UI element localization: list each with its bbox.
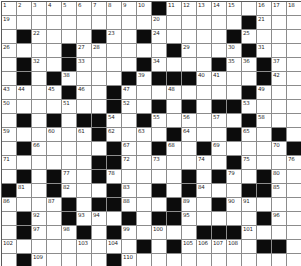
cell-r11c6[interactable] xyxy=(77,142,91,155)
cell-r5c8[interactable] xyxy=(107,58,121,71)
cell-r13c8[interactable]: 78 xyxy=(107,170,121,183)
cell-r4c16[interactable]: 30 xyxy=(227,44,241,57)
cell-r10c17[interactable]: 65 xyxy=(242,128,256,141)
cell-r5c16[interactable]: 35 xyxy=(227,58,241,71)
cell-r18c15[interactable]: 107 xyxy=(212,240,226,253)
cell-r10c5[interactable] xyxy=(62,128,76,141)
cell-r2c12[interactable] xyxy=(167,16,181,29)
cell-r2c4[interactable] xyxy=(47,16,61,29)
cell-r5c13[interactable] xyxy=(182,58,196,71)
cell-r18c3[interactable] xyxy=(32,240,46,253)
cell-r13c1[interactable] xyxy=(2,170,16,183)
cell-r6c14[interactable]: 40 xyxy=(197,72,211,85)
cell-r11c3[interactable]: 66 xyxy=(32,142,46,155)
cell-r8c14[interactable] xyxy=(197,100,211,113)
cell-r19c17[interactable] xyxy=(242,254,256,266)
cell-r11c4[interactable] xyxy=(47,142,61,155)
cell-r7c1[interactable]: 43 xyxy=(2,86,16,99)
cell-r6c17[interactable] xyxy=(242,72,256,85)
cell-r11c16[interactable] xyxy=(227,142,241,155)
cell-r11c18[interactable] xyxy=(257,142,271,155)
cell-r17c13[interactable] xyxy=(182,226,196,239)
cell-r7c11[interactable] xyxy=(152,86,166,99)
cell-r16c16[interactable] xyxy=(227,212,241,225)
cell-r2c13[interactable] xyxy=(182,16,196,29)
cell-r19c5[interactable] xyxy=(62,254,76,266)
cell-r4c3[interactable] xyxy=(32,44,46,57)
cell-r14c2[interactable]: 81 xyxy=(17,184,31,197)
cell-r1c17[interactable] xyxy=(242,2,256,15)
cell-r15c9[interactable]: 88 xyxy=(122,198,136,211)
cell-r19c10[interactable] xyxy=(137,254,151,266)
cell-r3c9[interactable] xyxy=(122,30,136,43)
cell-r17c19[interactable] xyxy=(272,226,286,239)
cell-r6c3[interactable] xyxy=(32,72,46,85)
cell-r18c7[interactable] xyxy=(92,240,106,253)
cell-r16c3[interactable]: 92 xyxy=(32,212,46,225)
cell-r15c3[interactable] xyxy=(32,198,46,211)
cell-r10c4[interactable]: 60 xyxy=(47,128,61,141)
cell-r14c15[interactable] xyxy=(212,184,226,197)
cell-r4c20[interactable] xyxy=(287,44,301,57)
cell-r3c20[interactable] xyxy=(287,30,301,43)
cell-r17c20[interactable] xyxy=(287,226,301,239)
cell-r3c8[interactable]: 23 xyxy=(107,30,121,43)
cell-r3c5[interactable] xyxy=(62,30,76,43)
cell-r1c6[interactable]: 6 xyxy=(77,2,91,15)
cell-r11c19[interactable]: 70 xyxy=(272,142,286,155)
cell-r15c6[interactable] xyxy=(77,198,91,211)
cell-r11c13[interactable] xyxy=(182,142,196,155)
cell-r13c12[interactable] xyxy=(167,170,181,183)
cell-r1c18[interactable]: 16 xyxy=(257,2,271,15)
cell-r8c4[interactable] xyxy=(47,100,61,113)
cell-r2c18[interactable]: 21 xyxy=(257,16,271,29)
cell-r2c10[interactable] xyxy=(137,16,151,29)
cell-r9c18[interactable]: 58 xyxy=(257,114,271,127)
cell-r1c5[interactable]: 5 xyxy=(62,2,76,15)
cell-r18c8[interactable]: 104 xyxy=(107,240,121,253)
cell-r7c13[interactable] xyxy=(182,86,196,99)
cell-r13c5[interactable]: 77 xyxy=(62,170,76,183)
cell-r5c17[interactable]: 36 xyxy=(242,58,256,71)
clue-number-30: 30 xyxy=(228,44,234,50)
cell-r15c11[interactable] xyxy=(152,198,166,211)
cell-r9c20[interactable] xyxy=(287,114,301,127)
cell-r12c6[interactable] xyxy=(77,156,91,169)
cell-r8c6[interactable] xyxy=(77,100,91,113)
cell-r7c19[interactable] xyxy=(272,86,286,99)
cell-r2c14[interactable] xyxy=(197,16,211,29)
cell-r16c10[interactable] xyxy=(137,212,151,225)
cell-r5c20[interactable] xyxy=(287,58,301,71)
cell-r14c7[interactable] xyxy=(92,184,106,197)
cell-r10c15[interactable] xyxy=(212,128,226,141)
cell-r12c3[interactable] xyxy=(32,156,46,169)
cell-r13c20[interactable] xyxy=(287,170,301,183)
cell-r17c12[interactable] xyxy=(167,226,181,239)
cell-r2c6[interactable] xyxy=(77,16,91,29)
cell-r12c18[interactable] xyxy=(257,156,271,169)
cell-r18c4[interactable] xyxy=(47,240,61,253)
cell-r13c3[interactable] xyxy=(32,170,46,183)
cell-r6c6[interactable] xyxy=(77,72,91,85)
cell-r2c11[interactable]: 20 xyxy=(152,16,166,29)
cell-r11c1[interactable] xyxy=(2,142,16,155)
cell-r14c5[interactable]: 82 xyxy=(62,184,76,197)
cell-r4c2[interactable] xyxy=(17,44,31,57)
cell-r10c11[interactable] xyxy=(152,128,166,141)
cell-r15c19[interactable] xyxy=(272,198,286,211)
cell-r17c1[interactable] xyxy=(2,226,16,239)
cell-r18c13[interactable]: 105 xyxy=(182,240,196,253)
cell-r9c5[interactable] xyxy=(62,114,76,127)
cell-r18c11[interactable] xyxy=(152,240,166,253)
cell-r12c12[interactable] xyxy=(167,156,181,169)
cell-r5c6[interactable]: 33 xyxy=(77,58,91,71)
cell-r11c15[interactable]: 69 xyxy=(212,142,226,155)
cell-r16c6[interactable]: 93 xyxy=(77,212,91,225)
cell-r12c14[interactable]: 74 xyxy=(197,156,211,169)
cell-r5c7[interactable] xyxy=(92,58,106,71)
cell-r4c10[interactable] xyxy=(137,44,151,57)
cell-r16c14[interactable] xyxy=(197,212,211,225)
cell-r15c4[interactable]: 87 xyxy=(47,198,61,211)
cell-r4c14[interactable] xyxy=(197,44,211,57)
cell-r3c6[interactable] xyxy=(77,30,91,43)
cell-r12c2[interactable] xyxy=(17,156,31,169)
cell-r11c7[interactable] xyxy=(92,142,106,155)
cell-r8c7[interactable] xyxy=(92,100,106,113)
cell-r2c7[interactable] xyxy=(92,16,106,29)
cell-r12c10[interactable] xyxy=(137,156,151,169)
cell-r6c1[interactable] xyxy=(2,72,16,85)
cell-r8c2[interactable] xyxy=(17,100,31,113)
cell-r15c13[interactable]: 89 xyxy=(182,198,196,211)
cell-r2c2[interactable] xyxy=(17,16,31,29)
cell-r19c13[interactable] xyxy=(182,254,196,266)
cell-r15c10[interactable] xyxy=(137,198,151,211)
cell-r2c9[interactable] xyxy=(122,16,136,29)
cell-r16c19[interactable]: 96 xyxy=(272,212,286,225)
cell-r18c2[interactable] xyxy=(17,240,31,253)
cell-r14c3[interactable] xyxy=(32,184,46,197)
cell-r6c20[interactable] xyxy=(287,72,301,85)
cell-r5c14[interactable] xyxy=(197,58,211,71)
cell-r3c17[interactable]: 25 xyxy=(242,30,256,43)
cell-r6c8[interactable] xyxy=(107,72,121,85)
cell-r9c9[interactable] xyxy=(122,114,136,127)
cell-r1c4[interactable]: 4 xyxy=(47,2,61,15)
cell-r15c2[interactable] xyxy=(17,198,31,211)
cell-r17c18[interactable] xyxy=(257,226,271,239)
cell-r6c15[interactable]: 41 xyxy=(212,72,226,85)
cell-r16c20[interactable] xyxy=(287,212,301,225)
cell-r3c4[interactable] xyxy=(47,30,61,43)
cell-r5c1[interactable] xyxy=(2,58,16,71)
cell-r1c13[interactable]: 12 xyxy=(182,2,196,15)
cell-r9c14[interactable] xyxy=(197,114,211,127)
cell-r4c15[interactable] xyxy=(212,44,226,57)
cell-r8c19[interactable] xyxy=(272,100,286,113)
cell-r18c9[interactable] xyxy=(122,240,136,253)
cell-r7c18[interactable]: 49 xyxy=(257,86,271,99)
cell-r8c12[interactable] xyxy=(167,100,181,113)
cell-r1c20[interactable]: 18 xyxy=(287,2,301,15)
cell-r18c16[interactable]: 108 xyxy=(227,240,241,253)
cell-r7c7[interactable] xyxy=(92,86,106,99)
cell-r18c1[interactable]: 102 xyxy=(2,240,16,253)
cell-r18c6[interactable]: 103 xyxy=(77,240,91,253)
cell-r4c9[interactable] xyxy=(122,44,136,57)
cell-r4c4[interactable] xyxy=(47,44,61,57)
cell-r6c10[interactable]: 39 xyxy=(137,72,151,85)
cell-r10c20[interactable] xyxy=(287,128,301,141)
cell-r13c19[interactable]: 80 xyxy=(272,170,286,183)
cell-r12c17[interactable]: 75 xyxy=(242,156,256,169)
cell-r17c7[interactable] xyxy=(92,226,106,239)
cell-r16c8[interactable] xyxy=(107,212,121,225)
cell-r3c12[interactable] xyxy=(167,30,181,43)
cell-r10c6[interactable]: 61 xyxy=(77,128,91,141)
cell-r13c9[interactable] xyxy=(122,170,136,183)
cell-r14c19[interactable]: 85 xyxy=(272,184,286,197)
cell-r11c17[interactable] xyxy=(242,142,256,155)
cell-r18c14[interactable]: 106 xyxy=(197,240,211,253)
cell-r19c9[interactable]: 110 xyxy=(122,254,136,266)
cell-r2c1[interactable]: 19 xyxy=(2,16,16,29)
cell-r12c9[interactable]: 72 xyxy=(122,156,136,169)
cell-r7c4[interactable]: 45 xyxy=(47,86,61,99)
cell-r13c6[interactable] xyxy=(77,170,91,183)
cell-r1c9[interactable]: 9 xyxy=(122,2,136,15)
cell-r16c13[interactable]: 95 xyxy=(182,212,196,225)
cell-r9c15[interactable]: 57 xyxy=(212,114,226,127)
cell-r3c18[interactable] xyxy=(257,30,271,43)
black-cell-r17c8 xyxy=(107,226,121,239)
cell-r13c14[interactable] xyxy=(197,170,211,183)
cell-r5c3[interactable]: 32 xyxy=(32,58,46,71)
cell-r1c7[interactable]: 7 xyxy=(92,2,106,15)
cell-r17c3[interactable]: 97 xyxy=(32,226,46,239)
cell-r15c16[interactable]: 90 xyxy=(227,198,241,211)
cell-r14c14[interactable]: 84 xyxy=(197,184,211,197)
cell-r19c3[interactable]: 109 xyxy=(32,254,46,266)
cell-r17c17[interactable]: 101 xyxy=(242,226,256,239)
cell-r9c3[interactable] xyxy=(32,114,46,127)
cell-r7c20[interactable] xyxy=(287,86,301,99)
cell-r1c2[interactable]: 2 xyxy=(17,2,31,15)
cell-r17c4[interactable] xyxy=(47,226,61,239)
cell-r4c13[interactable]: 29 xyxy=(182,44,196,57)
cell-r12c19[interactable] xyxy=(272,156,286,169)
cell-r5c9[interactable] xyxy=(122,58,136,71)
cell-r12c5[interactable] xyxy=(62,156,76,169)
cell-r15c17[interactable]: 91 xyxy=(242,198,256,211)
cell-r7c12[interactable]: 48 xyxy=(167,86,181,99)
cell-r2c8[interactable] xyxy=(107,16,121,29)
cell-r4c19[interactable] xyxy=(272,44,286,57)
cell-r8c5[interactable]: 51 xyxy=(62,100,76,113)
cell-r2c3[interactable] xyxy=(32,16,46,29)
cell-r7c9[interactable]: 47 xyxy=(122,86,136,99)
cell-r16c4[interactable] xyxy=(47,212,61,225)
cell-r5c12[interactable] xyxy=(167,58,181,71)
cell-r1c10[interactable]: 10 xyxy=(137,2,151,15)
cell-r19c15[interactable] xyxy=(212,254,226,266)
cell-r7c15[interactable] xyxy=(212,86,226,99)
cell-r9c13[interactable]: 56 xyxy=(182,114,196,127)
cell-r9c11[interactable]: 55 xyxy=(152,114,166,127)
cell-r1c14[interactable]: 13 xyxy=(197,2,211,15)
cell-r8c3[interactable] xyxy=(32,100,46,113)
cell-r16c1[interactable] xyxy=(2,212,16,225)
cell-r9c8[interactable]: 54 xyxy=(107,114,121,127)
cell-r10c2[interactable] xyxy=(17,128,31,141)
black-cell-r14c17 xyxy=(242,184,256,197)
cell-r17c11[interactable]: 100 xyxy=(152,226,166,239)
cell-r8c18[interactable] xyxy=(257,100,271,113)
cell-r19c12[interactable] xyxy=(167,254,181,266)
cell-r10c1[interactable]: 59 xyxy=(2,128,16,141)
cell-r4c7[interactable]: 28 xyxy=(92,44,106,57)
cell-r7c16[interactable] xyxy=(227,86,241,99)
cell-r14c20[interactable] xyxy=(287,184,301,197)
cell-r4c8[interactable] xyxy=(107,44,121,57)
cell-r15c1[interactable]: 86 xyxy=(2,198,16,211)
cell-r1c12[interactable]: 11 xyxy=(167,2,181,15)
cell-r6c16[interactable] xyxy=(227,72,241,85)
cell-r19c11[interactable] xyxy=(152,254,166,266)
cell-r13c11[interactable] xyxy=(152,170,166,183)
cell-r13c17[interactable] xyxy=(242,170,256,183)
cell-r12c13[interactable] xyxy=(182,156,196,169)
cell-r10c9[interactable] xyxy=(122,128,136,141)
cell-r13c10[interactable] xyxy=(137,170,151,183)
cell-r19c14[interactable] xyxy=(197,254,211,266)
cell-r18c17[interactable] xyxy=(242,240,256,253)
cell-r10c10[interactable]: 63 xyxy=(137,128,151,141)
cell-r1c3[interactable]: 3 xyxy=(32,2,46,15)
cell-r14c10[interactable] xyxy=(137,184,151,197)
cell-r9c12[interactable] xyxy=(167,114,181,127)
cell-r5c4[interactable] xyxy=(47,58,61,71)
cell-r7c14[interactable] xyxy=(197,86,211,99)
cell-r19c16[interactable] xyxy=(227,254,241,266)
cell-r19c6[interactable] xyxy=(77,254,91,266)
cell-r12c20[interactable]: 76 xyxy=(287,156,301,169)
cell-r3c1[interactable] xyxy=(2,30,16,43)
cell-r11c12[interactable]: 68 xyxy=(167,142,181,155)
cell-r6c5[interactable]: 38 xyxy=(62,72,76,85)
cell-r8c1[interactable]: 50 xyxy=(2,100,16,113)
cell-r15c14[interactable] xyxy=(197,198,211,211)
cell-r14c12[interactable] xyxy=(167,184,181,197)
cell-r19c4[interactable] xyxy=(47,254,61,266)
cell-r4c11[interactable] xyxy=(152,44,166,57)
cell-r7c6[interactable]: 46 xyxy=(77,86,91,99)
cell-r2c20[interactable] xyxy=(287,16,301,29)
cell-r9c1[interactable] xyxy=(2,114,16,127)
cell-r14c6[interactable] xyxy=(77,184,91,197)
cell-r8c10[interactable] xyxy=(137,100,151,113)
cell-r3c3[interactable]: 22 xyxy=(32,30,46,43)
cell-r19c18[interactable] xyxy=(257,254,271,266)
cell-r14c9[interactable]: 83 xyxy=(122,184,136,197)
cell-r3c19[interactable] xyxy=(272,30,286,43)
cell-r10c14[interactable] xyxy=(197,128,211,141)
cell-r12c4[interactable] xyxy=(47,156,61,169)
cell-r1c1[interactable]: 1 xyxy=(2,2,16,15)
cell-r1c19[interactable]: 17 xyxy=(272,2,286,15)
cell-r11c9[interactable]: 67 xyxy=(122,142,136,155)
cell-r17c9[interactable]: 99 xyxy=(122,226,136,239)
cell-r18c5[interactable] xyxy=(62,240,76,253)
cell-r10c8[interactable]: 62 xyxy=(107,128,121,141)
cell-r18c20[interactable] xyxy=(287,240,301,253)
cell-r6c19[interactable]: 42 xyxy=(272,72,286,85)
cell-r1c16[interactable]: 15 xyxy=(227,2,241,15)
cell-r19c19[interactable] xyxy=(272,254,286,266)
cell-r3c13[interactable] xyxy=(182,30,196,43)
cell-r11c5[interactable] xyxy=(62,142,76,155)
cell-r17c5[interactable]: 98 xyxy=(62,226,76,239)
cell-r8c17[interactable]: 53 xyxy=(242,100,256,113)
cell-r4c18[interactable]: 31 xyxy=(257,44,271,57)
cell-r12c11[interactable]: 73 xyxy=(152,156,166,169)
cell-r2c19[interactable] xyxy=(272,16,286,29)
cell-r16c7[interactable]: 94 xyxy=(92,212,106,225)
cell-r5c19[interactable]: 37 xyxy=(272,58,286,71)
cell-r15c20[interactable] xyxy=(287,198,301,211)
cell-r2c16[interactable] xyxy=(227,16,241,29)
cell-r8c20[interactable] xyxy=(287,100,301,113)
cell-r9c19[interactable] xyxy=(272,114,286,127)
cell-r5c11[interactable]: 34 xyxy=(152,58,166,71)
cell-r4c6[interactable]: 27 xyxy=(77,44,91,57)
cell-r9c16[interactable] xyxy=(227,114,241,127)
cell-r8c9[interactable]: 52 xyxy=(122,100,136,113)
cell-r14c16[interactable] xyxy=(227,184,241,197)
cell-r19c7[interactable] xyxy=(92,254,106,266)
cell-r3c14[interactable] xyxy=(197,30,211,43)
cell-r6c7[interactable] xyxy=(92,72,106,85)
cell-r19c1[interactable] xyxy=(2,254,16,266)
cell-r12c1[interactable]: 71 xyxy=(2,156,16,169)
cell-r7c3[interactable] xyxy=(32,86,46,99)
cell-r17c10[interactable] xyxy=(137,226,151,239)
cell-r15c18[interactable] xyxy=(257,198,271,211)
cell-r10c13[interactable]: 64 xyxy=(182,128,196,141)
cell-r12c15[interactable] xyxy=(212,156,226,169)
cell-r7c10[interactable] xyxy=(137,86,151,99)
cell-r2c15[interactable] xyxy=(212,16,226,29)
cell-r16c17[interactable] xyxy=(242,212,256,225)
cell-r4c1[interactable]: 26 xyxy=(2,44,16,57)
cell-r3c15[interactable] xyxy=(212,30,226,43)
cell-r1c15[interactable]: 14 xyxy=(212,2,226,15)
cell-r19c20[interactable] xyxy=(287,254,301,266)
cell-r1c8[interactable]: 8 xyxy=(107,2,121,15)
cell-r2c5[interactable] xyxy=(62,16,76,29)
cell-r10c3[interactable] xyxy=(32,128,46,141)
cell-r13c16[interactable]: 79 xyxy=(227,170,241,183)
cell-r16c15[interactable] xyxy=(212,212,226,225)
cell-r10c18[interactable] xyxy=(257,128,271,141)
cell-r11c10[interactable] xyxy=(137,142,151,155)
cell-r7c2[interactable]: 44 xyxy=(17,86,31,99)
cell-r3c11[interactable]: 24 xyxy=(152,30,166,43)
